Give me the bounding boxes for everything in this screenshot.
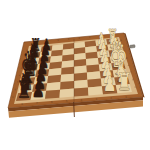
square-f6 [47, 75, 61, 83]
square-g5 [60, 81, 74, 90]
square-d5 [62, 60, 74, 68]
square-f5 [61, 74, 74, 82]
square-g4 [74, 80, 88, 89]
square-e3 [86, 64, 99, 72]
square-g6 [46, 82, 60, 91]
square-b3 [85, 46, 97, 53]
square-f3 [87, 71, 101, 79]
square-h6 [45, 90, 60, 99]
piece-black-pawn-h7: ♟ [31, 77, 44, 101]
piece-black-rook-h8: ♜ [16, 76, 31, 104]
chess-board-photo: 8877665544332211aabbccddeeffgghh♜♟♟♜♞♟♟♞… [0, 0, 150, 150]
square-h5 [60, 89, 75, 98]
square-b4 [74, 47, 86, 54]
square-h4 [74, 87, 89, 96]
square-e6 [48, 68, 61, 76]
square-d3 [86, 58, 99, 66]
square-c4 [74, 53, 86, 60]
square-g3 [87, 79, 101, 88]
brass-clasp [130, 45, 136, 48]
square-e5 [61, 67, 74, 75]
square-h3 [88, 86, 103, 95]
square-c3 [86, 52, 98, 59]
piece-white-rook-h1: ♜ [117, 68, 132, 96]
square-f4 [74, 73, 87, 81]
square-e4 [74, 66, 87, 74]
square-c5 [62, 54, 74, 61]
square-d4 [74, 59, 86, 67]
square-d6 [49, 62, 62, 70]
chess-set-product-photo: 8877665544332211aabbccddeeffgghh♜♟♟♜♞♟♟♞… [0, 0, 150, 150]
piece-white-pawn-h2: ♟ [103, 71, 116, 95]
